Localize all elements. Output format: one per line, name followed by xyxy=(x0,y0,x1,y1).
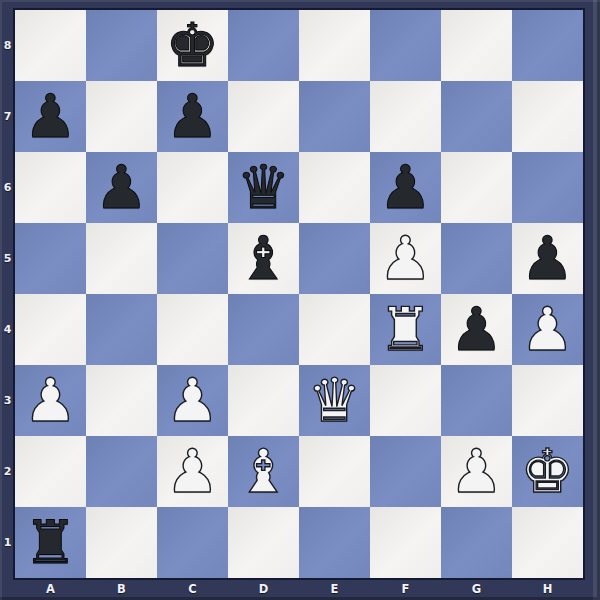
white-king-h2[interactable]: ♚ xyxy=(521,436,575,507)
square-c5[interactable] xyxy=(157,223,228,294)
board-frame: 87654321 ♚♟♟♟♛♟♝♟♟♜♟♟♟♟♛♟♝♟♚♜ ABCDEFGH xyxy=(0,0,600,600)
rank-label-4: 4 xyxy=(0,294,15,365)
black-bishop-d5[interactable]: ♝ xyxy=(237,223,291,294)
white-pawn-f5[interactable]: ♟ xyxy=(379,223,433,294)
square-e3[interactable]: ♛ xyxy=(299,365,370,436)
square-d5[interactable]: ♝ xyxy=(228,223,299,294)
square-g2[interactable]: ♟ xyxy=(441,436,512,507)
chessboard: ♚♟♟♟♛♟♝♟♟♜♟♟♟♟♛♟♝♟♚♜ xyxy=(15,10,583,578)
square-c7[interactable]: ♟ xyxy=(157,81,228,152)
rank-label-2: 2 xyxy=(0,436,15,507)
square-g8[interactable] xyxy=(441,10,512,81)
square-f3[interactable] xyxy=(370,365,441,436)
square-b5[interactable] xyxy=(86,223,157,294)
square-d8[interactable] xyxy=(228,10,299,81)
square-d2[interactable]: ♝ xyxy=(228,436,299,507)
square-a1[interactable]: ♜ xyxy=(15,507,86,578)
square-b8[interactable] xyxy=(86,10,157,81)
white-bishop-d2[interactable]: ♝ xyxy=(237,436,291,507)
square-h3[interactable] xyxy=(512,365,583,436)
white-pawn-c2[interactable]: ♟ xyxy=(166,436,220,507)
square-e4[interactable] xyxy=(299,294,370,365)
square-h7[interactable] xyxy=(512,81,583,152)
square-f8[interactable] xyxy=(370,10,441,81)
black-pawn-g4[interactable]: ♟ xyxy=(450,294,504,365)
rank-label-5: 5 xyxy=(0,223,15,294)
rank-label-7: 7 xyxy=(0,81,15,152)
white-pawn-c3[interactable]: ♟ xyxy=(166,365,220,436)
square-a8[interactable] xyxy=(15,10,86,81)
square-g4[interactable]: ♟ xyxy=(441,294,512,365)
square-g6[interactable] xyxy=(441,152,512,223)
square-d1[interactable] xyxy=(228,507,299,578)
black-pawn-b6[interactable]: ♟ xyxy=(95,152,149,223)
square-e1[interactable] xyxy=(299,507,370,578)
square-c4[interactable] xyxy=(157,294,228,365)
square-e8[interactable] xyxy=(299,10,370,81)
square-b3[interactable] xyxy=(86,365,157,436)
black-pawn-h5[interactable]: ♟ xyxy=(521,223,575,294)
rank-label-8: 8 xyxy=(0,10,15,81)
square-e2[interactable] xyxy=(299,436,370,507)
white-rook-f4[interactable]: ♜ xyxy=(379,294,433,365)
file-label-c: C xyxy=(157,578,228,600)
square-d3[interactable] xyxy=(228,365,299,436)
square-a4[interactable] xyxy=(15,294,86,365)
square-f7[interactable] xyxy=(370,81,441,152)
black-pawn-c7[interactable]: ♟ xyxy=(166,81,220,152)
square-e7[interactable] xyxy=(299,81,370,152)
white-queen-e3[interactable]: ♛ xyxy=(308,365,362,436)
file-label-e: E xyxy=(299,578,370,600)
square-c8[interactable]: ♚ xyxy=(157,10,228,81)
file-label-g: G xyxy=(441,578,512,600)
white-pawn-a3[interactable]: ♟ xyxy=(24,365,78,436)
square-a3[interactable]: ♟ xyxy=(15,365,86,436)
square-c1[interactable] xyxy=(157,507,228,578)
square-h4[interactable]: ♟ xyxy=(512,294,583,365)
square-h8[interactable] xyxy=(512,10,583,81)
square-a6[interactable] xyxy=(15,152,86,223)
file-labels: ABCDEFGH xyxy=(15,578,583,600)
square-g3[interactable] xyxy=(441,365,512,436)
file-label-a: A xyxy=(15,578,86,600)
square-b7[interactable] xyxy=(86,81,157,152)
square-d6[interactable]: ♛ xyxy=(228,152,299,223)
white-pawn-h4[interactable]: ♟ xyxy=(521,294,575,365)
black-rook-a1[interactable]: ♜ xyxy=(24,507,78,578)
square-h5[interactable]: ♟ xyxy=(512,223,583,294)
rank-label-3: 3 xyxy=(0,365,15,436)
square-h6[interactable] xyxy=(512,152,583,223)
black-king-c8[interactable]: ♚ xyxy=(166,10,220,81)
square-f1[interactable] xyxy=(370,507,441,578)
black-pawn-f6[interactable]: ♟ xyxy=(379,152,433,223)
rank-label-1: 1 xyxy=(0,507,15,578)
square-b1[interactable] xyxy=(86,507,157,578)
square-f4[interactable]: ♜ xyxy=(370,294,441,365)
rank-label-6: 6 xyxy=(0,152,15,223)
square-h1[interactable] xyxy=(512,507,583,578)
file-label-b: B xyxy=(86,578,157,600)
square-b2[interactable] xyxy=(86,436,157,507)
file-label-d: D xyxy=(228,578,299,600)
square-g1[interactable] xyxy=(441,507,512,578)
black-queen-d6[interactable]: ♛ xyxy=(237,152,291,223)
square-a2[interactable] xyxy=(15,436,86,507)
square-g5[interactable] xyxy=(441,223,512,294)
square-a5[interactable] xyxy=(15,223,86,294)
square-e5[interactable] xyxy=(299,223,370,294)
black-pawn-a7[interactable]: ♟ xyxy=(24,81,78,152)
square-f5[interactable]: ♟ xyxy=(370,223,441,294)
file-label-f: F xyxy=(370,578,441,600)
rank-labels: 87654321 xyxy=(0,10,15,578)
square-c6[interactable] xyxy=(157,152,228,223)
square-d7[interactable] xyxy=(228,81,299,152)
square-c2[interactable]: ♟ xyxy=(157,436,228,507)
square-c3[interactable]: ♟ xyxy=(157,365,228,436)
square-g7[interactable] xyxy=(441,81,512,152)
file-label-h: H xyxy=(512,578,583,600)
square-f2[interactable] xyxy=(370,436,441,507)
square-e6[interactable] xyxy=(299,152,370,223)
square-b6[interactable]: ♟ xyxy=(86,152,157,223)
square-a7[interactable]: ♟ xyxy=(15,81,86,152)
square-b4[interactable] xyxy=(86,294,157,365)
white-pawn-g2[interactable]: ♟ xyxy=(450,436,504,507)
square-d4[interactable] xyxy=(228,294,299,365)
square-h2[interactable]: ♚ xyxy=(512,436,583,507)
square-f6[interactable]: ♟ xyxy=(370,152,441,223)
